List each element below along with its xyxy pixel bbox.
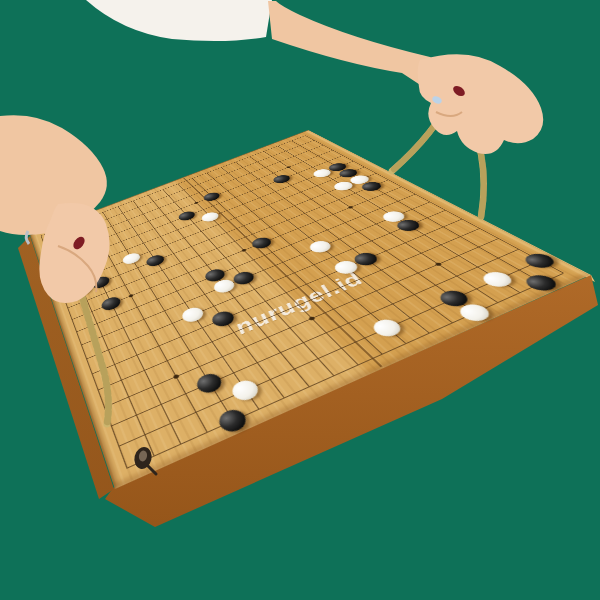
star-point (128, 294, 133, 298)
black-stone[interactable] (144, 253, 166, 268)
scene: nurugel.id (0, 0, 600, 600)
black-stone[interactable] (100, 295, 123, 313)
forearm (268, 1, 440, 94)
grid-line-vertical (305, 136, 564, 274)
red-thumbnail-icon (451, 84, 466, 98)
grid-line-vertical (56, 230, 154, 456)
black-stone[interactable] (81, 256, 101, 270)
white-stone[interactable] (179, 305, 206, 324)
blue-nail-icon (431, 95, 443, 105)
white-stone[interactable] (121, 251, 142, 266)
right-hand (418, 54, 544, 154)
white-stone[interactable] (369, 317, 406, 340)
star-point (172, 374, 179, 380)
right-arm (86, 0, 543, 154)
black-stone[interactable] (209, 309, 238, 329)
black-stone[interactable] (90, 274, 111, 290)
white-stone[interactable] (228, 377, 262, 404)
black-stone[interactable] (193, 371, 225, 396)
sleeve (86, 0, 272, 41)
